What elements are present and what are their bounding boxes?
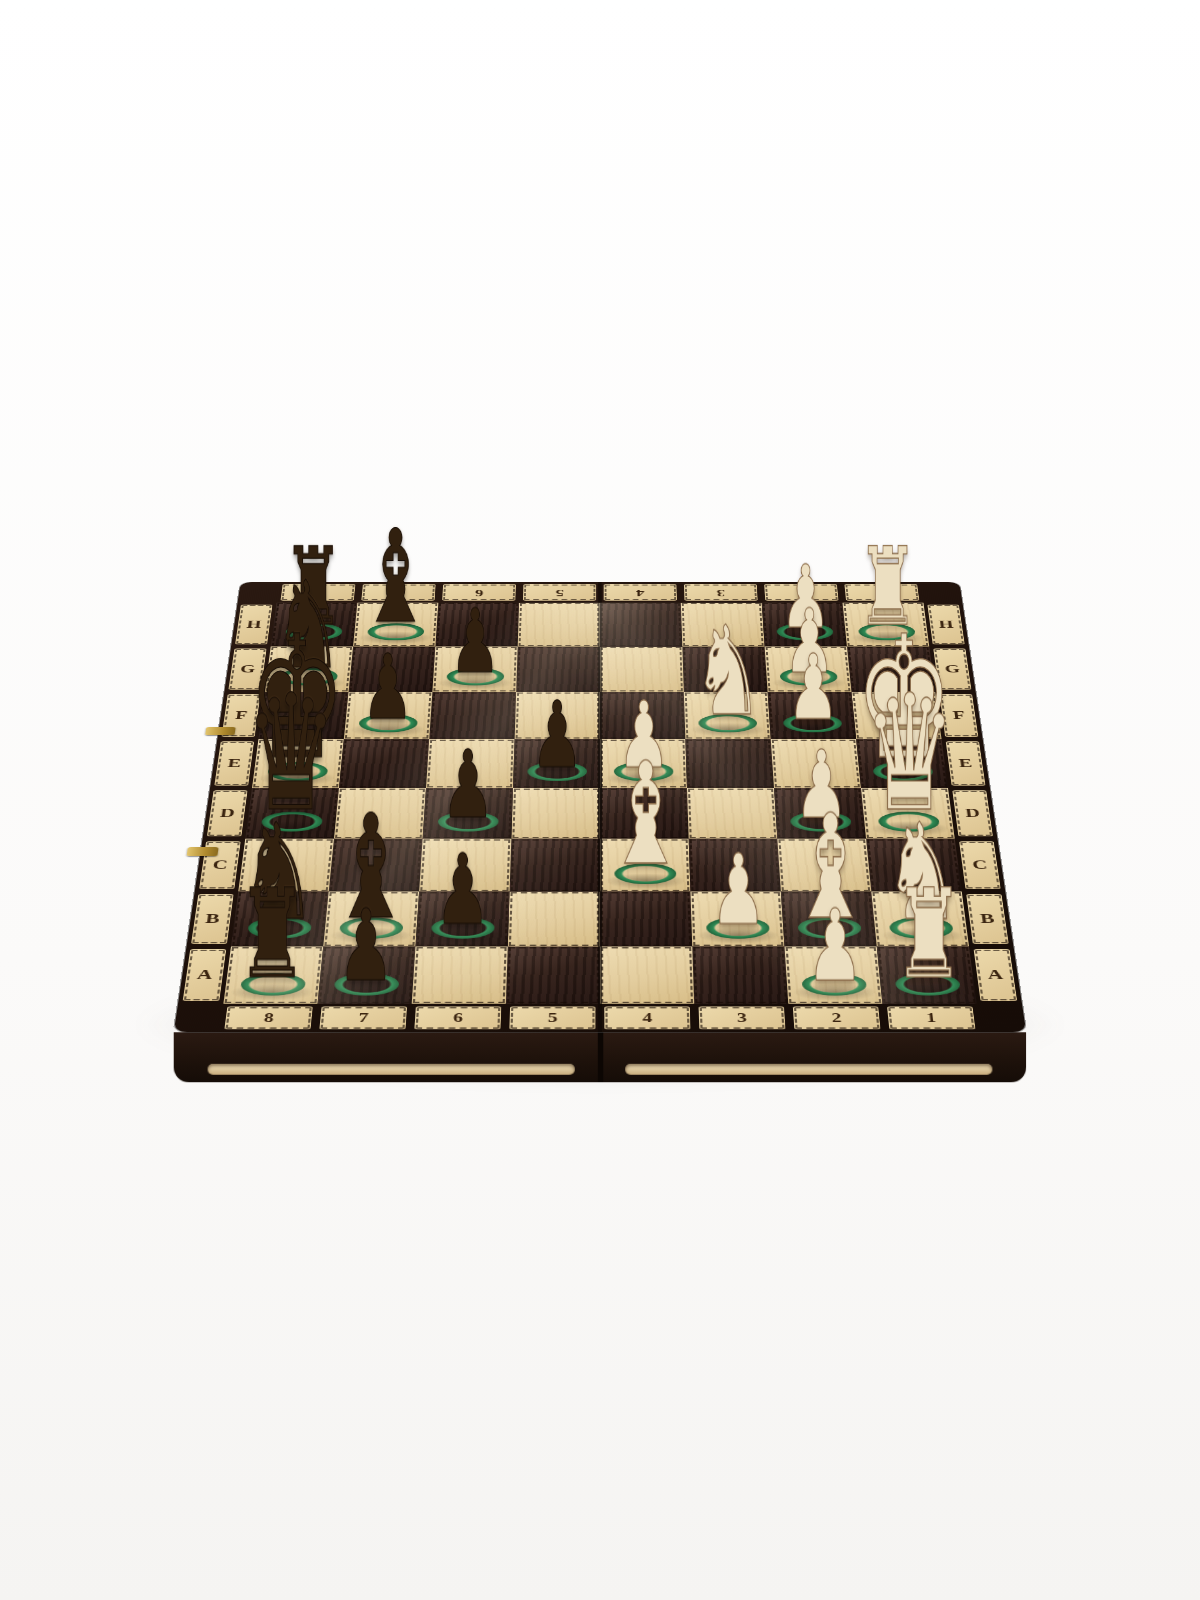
piece-white-rook-a1[interactable]: ♜ bbox=[893, 876, 964, 993]
file-label-right-C-text: C bbox=[971, 858, 988, 872]
rank-label-bottom-4-text: 4 bbox=[642, 1011, 652, 1025]
piece-white-knight-f3[interactable]: ♞ bbox=[692, 613, 763, 730]
square-a7[interactable]: ♟ bbox=[318, 947, 416, 1004]
file-label-left-D-text: D bbox=[219, 806, 235, 819]
rank-label-bottom-7: 7 bbox=[315, 1004, 412, 1032]
rank-label-top-3-text: 3 bbox=[716, 587, 725, 597]
square-e3[interactable] bbox=[685, 739, 774, 788]
square-a2[interactable]: ♟ bbox=[785, 947, 883, 1004]
label-plaque: 6 bbox=[414, 1006, 501, 1029]
piece-white-pawn-b3[interactable]: ♟ bbox=[710, 844, 766, 936]
square-b6[interactable]: ♟ bbox=[415, 892, 509, 947]
square-a4[interactable] bbox=[600, 947, 694, 1004]
square-h4[interactable] bbox=[600, 603, 682, 647]
label-plaque: B bbox=[966, 894, 1009, 944]
piece-white-bishop-c4[interactable]: ♝ bbox=[605, 748, 686, 882]
rank-label-top-4-text: 4 bbox=[636, 587, 645, 597]
square-c4[interactable]: ♝ bbox=[600, 839, 690, 892]
rank-label-top-6-text: 6 bbox=[475, 587, 484, 597]
chess-board: 87654321H♜♝♟♜HG♞♟♟GF♟♞♟FE♚♟♟♚ED♛♟♟♛DC♝CB… bbox=[174, 582, 1027, 1032]
label-plaque: A bbox=[183, 949, 227, 1001]
square-f3[interactable]: ♞ bbox=[684, 692, 771, 739]
rank-label-bottom-6: 6 bbox=[410, 1004, 506, 1032]
rank-label-bottom-3-text: 3 bbox=[737, 1011, 747, 1025]
file-label-right-B-text: B bbox=[979, 912, 995, 927]
label-plaque: 5 bbox=[509, 1006, 595, 1029]
board-front-edge bbox=[174, 1032, 1027, 1082]
rank-label-bottom-8: 8 bbox=[220, 1004, 318, 1032]
rank-label-bottom-8-text: 8 bbox=[263, 1011, 274, 1025]
rank-label-bottom-2-text: 2 bbox=[831, 1011, 842, 1025]
rank-label-top-4: 4 bbox=[600, 582, 681, 603]
piece-black-bishop-h7[interactable]: ♝ bbox=[358, 517, 432, 639]
rank-label-bottom-2: 2 bbox=[788, 1004, 885, 1032]
file-label-left-A-text: A bbox=[196, 967, 214, 982]
square-f7[interactable]: ♟ bbox=[344, 692, 433, 739]
square-e5[interactable]: ♟ bbox=[513, 739, 600, 788]
rank-label-bottom-3: 3 bbox=[694, 1004, 790, 1032]
rank-label-bottom-6-text: 6 bbox=[453, 1011, 463, 1025]
board-border-corner bbox=[977, 1004, 1027, 1032]
piece-white-pawn-a2[interactable]: ♟ bbox=[806, 899, 863, 993]
piece-black-pawn-b6[interactable]: ♟ bbox=[434, 844, 490, 936]
rank-label-bottom-1-text: 1 bbox=[925, 1011, 936, 1025]
rank-label-top-5: 5 bbox=[519, 582, 600, 603]
square-b3[interactable]: ♟ bbox=[690, 892, 784, 947]
piece-black-rook-a8[interactable]: ♜ bbox=[236, 876, 307, 993]
square-d5[interactable] bbox=[511, 788, 600, 839]
label-plaque: 1 bbox=[887, 1006, 976, 1029]
label-plaque: 8 bbox=[224, 1006, 313, 1029]
piece-black-pawn-d6[interactable]: ♟ bbox=[441, 741, 495, 830]
file-label-left-B: B bbox=[186, 892, 238, 947]
rank-label-bottom-4: 4 bbox=[600, 1004, 695, 1032]
front-groove-right bbox=[626, 1064, 993, 1075]
piece-black-pawn-f7[interactable]: ♟ bbox=[361, 645, 413, 730]
square-b4[interactable] bbox=[600, 892, 692, 947]
file-label-left-B-text: B bbox=[205, 912, 221, 927]
label-plaque: 4 bbox=[604, 584, 677, 601]
label-plaque: 4 bbox=[604, 1006, 690, 1029]
rank-label-top-5-text: 5 bbox=[555, 587, 564, 597]
square-g6[interactable]: ♟ bbox=[432, 647, 517, 692]
label-plaque: C bbox=[959, 841, 1001, 889]
label-plaque: B bbox=[191, 894, 234, 944]
file-label-right-A-text: A bbox=[986, 967, 1004, 982]
square-a8[interactable]: ♜ bbox=[223, 947, 323, 1004]
front-groove-left bbox=[208, 1064, 575, 1075]
photo-background: 87654321H♜♝♟♜HG♞♟♟GF♟♞♟FE♚♟♟♚ED♛♟♟♛DC♝CB… bbox=[0, 0, 1200, 1600]
file-label-left-E-text: E bbox=[227, 757, 242, 770]
square-b5[interactable] bbox=[508, 892, 600, 947]
square-d3[interactable] bbox=[687, 788, 777, 839]
rank-label-bottom-5: 5 bbox=[505, 1004, 600, 1032]
label-plaque: 3 bbox=[684, 584, 758, 601]
rank-label-top-7-text: 7 bbox=[394, 587, 403, 597]
rank-label-bottom-1: 1 bbox=[882, 1004, 980, 1032]
piece-black-pawn-g6[interactable]: ♟ bbox=[449, 600, 500, 684]
file-label-right-E-text: E bbox=[958, 757, 973, 770]
label-plaque: 5 bbox=[523, 584, 596, 601]
rank-label-top-8-text: 8 bbox=[313, 587, 323, 597]
square-a6[interactable] bbox=[412, 947, 508, 1004]
front-seam-gap bbox=[597, 1032, 602, 1082]
file-label-right-B: B bbox=[962, 892, 1014, 947]
piece-white-pawn-f2[interactable]: ♟ bbox=[787, 645, 839, 730]
rank-label-bottom-7-text: 7 bbox=[358, 1011, 369, 1025]
rank-label-bottom-5-text: 5 bbox=[548, 1011, 558, 1025]
square-e7[interactable] bbox=[339, 739, 429, 788]
piece-black-pawn-a7[interactable]: ♟ bbox=[337, 899, 394, 993]
square-a5[interactable] bbox=[506, 947, 600, 1004]
rank-label-top-1-text: 1 bbox=[877, 587, 887, 597]
file-label-left-A: A bbox=[178, 947, 231, 1004]
square-d6[interactable]: ♟ bbox=[423, 788, 513, 839]
label-plaque: 7 bbox=[319, 1006, 407, 1029]
board-border-corner bbox=[174, 1004, 224, 1032]
file-label-right-A: A bbox=[969, 947, 1022, 1004]
piece-black-pawn-e5[interactable]: ♟ bbox=[530, 692, 583, 779]
square-a3[interactable] bbox=[692, 947, 788, 1004]
label-plaque: 3 bbox=[699, 1006, 786, 1029]
square-h5[interactable] bbox=[518, 603, 600, 647]
file-label-left-C-text: C bbox=[212, 858, 229, 872]
square-a1[interactable]: ♜ bbox=[877, 947, 977, 1004]
square-c5[interactable] bbox=[510, 839, 600, 892]
scene: 87654321H♜♝♟♜HG♞♟♟GF♟♞♟FE♚♟♟♚ED♛♟♟♛DC♝CB… bbox=[210, 398, 990, 1178]
label-plaque: 2 bbox=[793, 1006, 881, 1029]
file-label-right-D-text: D bbox=[964, 806, 980, 819]
rank-label-top-2-text: 2 bbox=[797, 587, 806, 597]
label-plaque: A bbox=[974, 949, 1018, 1001]
